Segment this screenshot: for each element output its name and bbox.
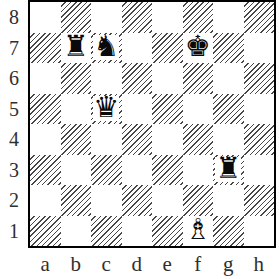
square-b3 <box>61 155 92 186</box>
square-b6 <box>61 63 92 94</box>
square-d5 <box>122 94 153 125</box>
square-e7 <box>152 33 183 64</box>
file-label-f: f <box>183 250 214 278</box>
square-h4 <box>244 124 275 155</box>
square-g4 <box>213 124 244 155</box>
square-e8 <box>152 2 183 33</box>
square-c3 <box>91 155 122 186</box>
white-bishop-f1: ♗ <box>185 218 211 243</box>
rank-label-5: 5 <box>0 94 28 125</box>
square-e4 <box>152 124 183 155</box>
square-b2 <box>61 185 92 216</box>
square-h7 <box>244 33 275 64</box>
file-label-a: a <box>30 250 61 278</box>
square-g2 <box>213 185 244 216</box>
square-c5: ♛ <box>91 94 122 125</box>
file-label-h: h <box>244 250 275 278</box>
square-h1 <box>244 216 275 247</box>
square-d4 <box>122 124 153 155</box>
black-queen-c5: ♛ <box>93 96 119 121</box>
square-g8 <box>213 2 244 33</box>
square-a6 <box>30 63 61 94</box>
black-king-f7: ♚ <box>185 35 211 60</box>
rank-label-1: 1 <box>0 216 28 247</box>
rank-label-6: 6 <box>0 63 28 94</box>
square-f2 <box>183 185 214 216</box>
square-g1 <box>213 216 244 247</box>
square-b8 <box>61 2 92 33</box>
square-e6 <box>152 63 183 94</box>
black-rook-g3: ♜ <box>215 157 241 182</box>
file-label-g: g <box>213 250 244 278</box>
file-label-c: c <box>91 250 122 278</box>
square-e3 <box>152 155 183 186</box>
file-label-d: d <box>122 250 153 278</box>
square-c1 <box>91 216 122 247</box>
square-d1 <box>122 216 153 247</box>
square-a8 <box>30 2 61 33</box>
square-c7: ♞ <box>91 33 122 64</box>
square-d8 <box>122 2 153 33</box>
square-c4 <box>91 124 122 155</box>
square-f1: ♗ <box>183 216 214 247</box>
square-b1 <box>61 216 92 247</box>
square-g6 <box>213 63 244 94</box>
square-g7 <box>213 33 244 64</box>
square-d7 <box>122 33 153 64</box>
square-f4 <box>183 124 214 155</box>
square-b7: ♜ <box>61 33 92 64</box>
square-c2 <box>91 185 122 216</box>
square-c6 <box>91 63 122 94</box>
rank-label-7: 7 <box>0 33 28 64</box>
file-label-b: b <box>61 250 92 278</box>
square-h8 <box>244 2 275 33</box>
square-a4 <box>30 124 61 155</box>
square-b4 <box>61 124 92 155</box>
square-d3 <box>122 155 153 186</box>
square-c8 <box>91 2 122 33</box>
file-label-e: e <box>152 250 183 278</box>
rank-label-3: 3 <box>0 155 28 186</box>
square-h2 <box>244 185 275 216</box>
square-h5 <box>244 94 275 125</box>
file-labels: abcdefgh <box>30 250 274 278</box>
square-a7 <box>30 33 61 64</box>
square-h6 <box>244 63 275 94</box>
square-f5 <box>183 94 214 125</box>
black-knight-c7: ♞ <box>93 35 119 60</box>
square-h3 <box>244 155 275 186</box>
square-a1 <box>30 216 61 247</box>
square-g3: ♜ <box>213 155 244 186</box>
square-e2 <box>152 185 183 216</box>
square-d6 <box>122 63 153 94</box>
rank-label-4: 4 <box>0 124 28 155</box>
square-d2 <box>122 185 153 216</box>
square-a5 <box>30 94 61 125</box>
square-e5 <box>152 94 183 125</box>
square-g5 <box>213 94 244 125</box>
square-f6 <box>183 63 214 94</box>
square-f3 <box>183 155 214 186</box>
rank-labels: 87654321 <box>0 2 28 246</box>
black-rook-b7: ♜ <box>63 35 89 60</box>
rank-label-8: 8 <box>0 2 28 33</box>
square-a3 <box>30 155 61 186</box>
square-b5 <box>61 94 92 125</box>
square-f8 <box>183 2 214 33</box>
rank-label-2: 2 <box>0 185 28 216</box>
square-a2 <box>30 185 61 216</box>
chess-diagram: 87654321 ♜♞♚♛♜♗ abcdefgh <box>0 0 279 279</box>
square-f7: ♚ <box>183 33 214 64</box>
square-e1 <box>152 216 183 247</box>
chess-board: ♜♞♚♛♜♗ <box>28 0 276 248</box>
